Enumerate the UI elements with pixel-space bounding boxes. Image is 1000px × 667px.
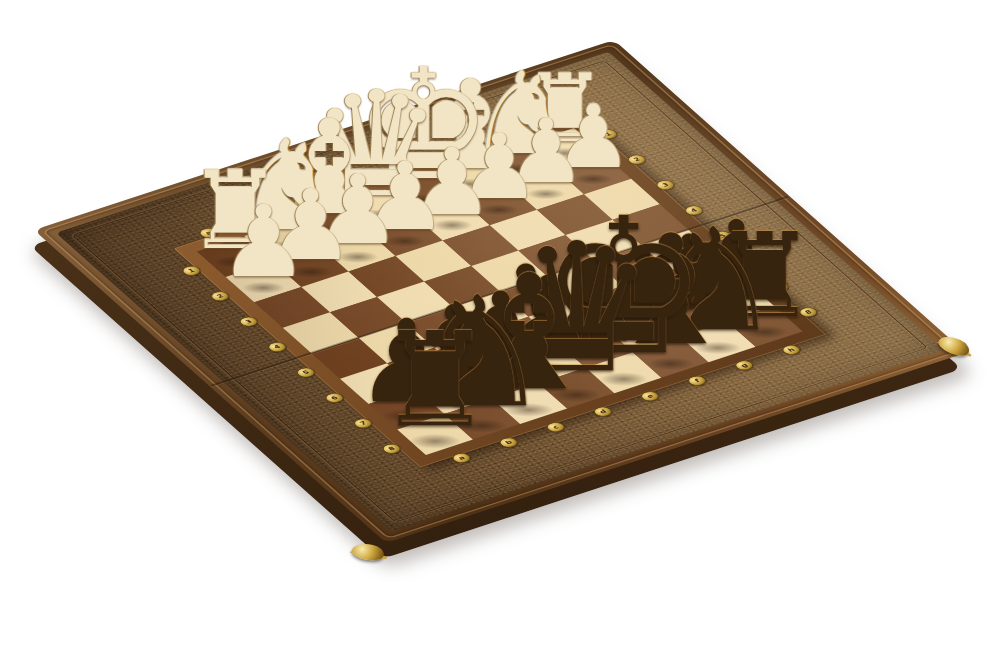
chess-board: aabbccddeeffgghh1122334455667788 bbox=[34, 40, 966, 543]
photo-stage: aabbccddeeffgghh1122334455667788 ♜♞♝♛♚♝♞… bbox=[0, 0, 1000, 667]
